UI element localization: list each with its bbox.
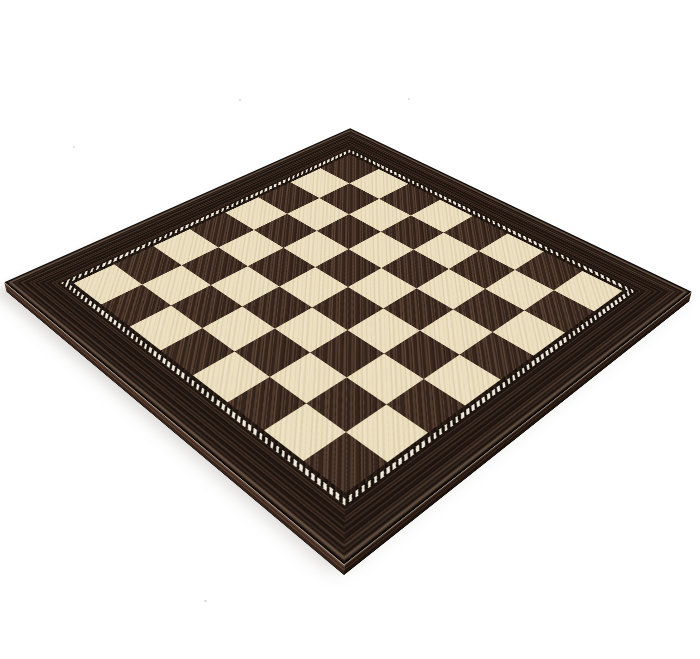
square-h1: [303, 432, 388, 494]
square-c1: [130, 305, 203, 350]
square-f3: [310, 330, 385, 378]
frame-near-right-rail: [299, 271, 692, 564]
dust-speck: [239, 99, 241, 101]
square-b1: [101, 284, 172, 326]
square-h4: [424, 354, 501, 405]
square-c2: [171, 285, 242, 328]
square-g3: [347, 353, 424, 404]
square-f5: [383, 288, 454, 331]
square-g4: [384, 331, 459, 379]
square-h6: [492, 310, 565, 355]
square-e1: [193, 351, 270, 402]
square-g1: [264, 403, 346, 461]
dust-speck: [408, 98, 410, 100]
frame-near-left-rail: [4, 263, 390, 565]
square-d3: [242, 286, 313, 329]
square-g5: [420, 309, 493, 354]
photo-background: [0, 0, 700, 659]
square-e2: [235, 329, 310, 377]
square-f2: [270, 352, 347, 403]
square-e3: [275, 307, 348, 352]
dust-speck: [73, 146, 75, 148]
square-h2: [346, 404, 428, 462]
square-d1: [160, 328, 235, 376]
square-h5: [459, 332, 534, 380]
square-h7: [524, 290, 595, 333]
square-f4: [347, 308, 420, 353]
square-g2: [307, 377, 386, 431]
dust-speck: [204, 600, 207, 602]
squares-grid: [74, 155, 623, 494]
square-d2: [202, 306, 275, 351]
square-e4: [312, 287, 383, 330]
chess-board: [4, 128, 691, 564]
square-g6: [453, 289, 524, 332]
square-h3: [386, 379, 465, 433]
square-f1: [227, 376, 306, 430]
board-top-surface: [4, 128, 691, 564]
